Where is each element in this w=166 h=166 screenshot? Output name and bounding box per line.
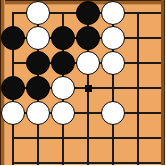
board-intersection[interactable] [1, 26, 26, 51]
black-stone [1, 76, 25, 100]
board-intersection[interactable] [76, 151, 101, 166]
star-point [85, 85, 92, 92]
white-stone [51, 101, 75, 125]
board-intersection[interactable] [151, 51, 166, 76]
board-intersection[interactable] [126, 1, 151, 26]
board-intersection[interactable] [26, 126, 51, 151]
black-stone [76, 26, 100, 50]
board-intersection[interactable] [1, 151, 26, 166]
board-intersection[interactable] [101, 26, 126, 51]
board-intersection[interactable] [51, 151, 76, 166]
go-board [0, 0, 165, 165]
board-intersection[interactable] [1, 101, 26, 126]
black-stone [26, 76, 50, 100]
board-intersection[interactable] [76, 76, 101, 101]
board-intersection[interactable] [101, 151, 126, 166]
white-stone [101, 1, 125, 25]
board-intersection[interactable] [126, 101, 151, 126]
board-intersections [1, 1, 166, 166]
board-intersection[interactable] [26, 151, 51, 166]
white-stone [1, 101, 25, 125]
board-intersection[interactable] [51, 51, 76, 76]
board-intersection[interactable] [76, 1, 101, 26]
board-intersection[interactable] [76, 101, 101, 126]
board-intersection[interactable] [101, 76, 126, 101]
board-intersection[interactable] [51, 126, 76, 151]
board-intersection[interactable] [26, 76, 51, 101]
board-intersection[interactable] [151, 26, 166, 51]
black-stone [51, 26, 75, 50]
board-intersection[interactable] [51, 1, 76, 26]
board-intersection[interactable] [26, 1, 51, 26]
board-intersection[interactable] [126, 26, 151, 51]
board-intersection[interactable] [51, 101, 76, 126]
white-stone [76, 51, 100, 75]
board-intersection[interactable] [1, 76, 26, 101]
black-stone [1, 26, 25, 50]
board-intersection[interactable] [151, 1, 166, 26]
black-stone [26, 51, 50, 75]
board-intersection[interactable] [76, 51, 101, 76]
board-intersection[interactable] [76, 126, 101, 151]
white-stone [101, 101, 125, 125]
board-intersection[interactable] [151, 76, 166, 101]
white-stone [26, 1, 50, 25]
board-intersection[interactable] [126, 51, 151, 76]
board-intersection[interactable] [76, 26, 101, 51]
black-stone [51, 51, 75, 75]
board-intersection[interactable] [51, 76, 76, 101]
board-intersection[interactable] [26, 101, 51, 126]
board-intersection[interactable] [126, 76, 151, 101]
black-stone [76, 1, 100, 25]
board-intersection[interactable] [126, 126, 151, 151]
board-intersection[interactable] [1, 1, 26, 26]
board-intersection[interactable] [101, 126, 126, 151]
white-stone [101, 26, 125, 50]
board-intersection[interactable] [101, 101, 126, 126]
white-stone [26, 101, 50, 125]
board-intersection[interactable] [1, 51, 26, 76]
board-intersection[interactable] [1, 126, 26, 151]
board-intersection[interactable] [151, 126, 166, 151]
board-intersection[interactable] [26, 26, 51, 51]
board-intersection[interactable] [101, 1, 126, 26]
white-stone [101, 51, 125, 75]
board-intersection[interactable] [26, 51, 51, 76]
white-stone [51, 76, 75, 100]
board-intersection[interactable] [151, 101, 166, 126]
board-intersection[interactable] [51, 26, 76, 51]
board-intersection[interactable] [126, 151, 151, 166]
board-intersection[interactable] [101, 51, 126, 76]
board-intersection[interactable] [151, 151, 166, 166]
white-stone [26, 26, 50, 50]
